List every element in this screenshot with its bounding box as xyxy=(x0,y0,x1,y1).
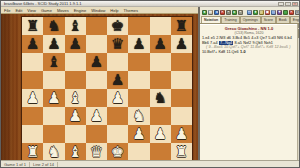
square-d6[interactable]: ♟ xyxy=(86,53,107,71)
square-d8[interactable] xyxy=(86,17,107,35)
square-g6[interactable] xyxy=(150,53,171,71)
menu-bar: FileEditViewGameMovesEngineWindowHelpThe… xyxy=(1,7,198,14)
square-a2[interactable] xyxy=(22,125,43,143)
white-piece-p-e4[interactable]: ♟ xyxy=(111,90,124,106)
app-window: brasilbase 64bits - SCID Study 2011 1.9.… xyxy=(0,0,300,168)
square-f7[interactable]: ♟ xyxy=(128,35,149,53)
square-g5[interactable] xyxy=(150,71,171,89)
tab-notation[interactable]: Notation xyxy=(201,16,221,23)
white-piece-n-b1[interactable]: ♞ xyxy=(47,144,60,160)
square-c7[interactable]: ♟ xyxy=(65,35,86,53)
square-b6[interactable]: ♝ xyxy=(43,53,64,71)
maximize-button[interactable]: □ xyxy=(285,2,291,6)
square-a8[interactable]: ♜ xyxy=(22,17,43,35)
square-b2[interactable] xyxy=(43,125,64,143)
square-g7[interactable]: ♟ xyxy=(150,35,171,53)
square-c4[interactable]: ♝ xyxy=(65,89,86,107)
moves-tail[interactable]: 10.Bxf7+ Kd8 11.Qe6 xyxy=(202,50,239,54)
black-piece-q-e7[interactable]: ♛ xyxy=(111,36,124,52)
menu-item-window[interactable]: Window xyxy=(91,8,105,13)
square-d4[interactable] xyxy=(86,89,107,107)
square-e3[interactable] xyxy=(107,107,128,125)
game-result: 1-0 xyxy=(240,50,246,54)
search-icon[interactable]: ◌ xyxy=(283,10,288,15)
stop-icon[interactable]: ✕ xyxy=(220,10,225,15)
menu-item-themes[interactable]: Themes xyxy=(124,8,138,13)
menu-item-help[interactable]: Help xyxy=(110,8,118,13)
square-g3[interactable] xyxy=(150,107,171,125)
square-e1[interactable]: ♚ xyxy=(107,143,128,161)
white-piece-p-a4[interactable]: ♟ xyxy=(26,90,39,106)
status-right: Line 2 of 14 xyxy=(30,162,58,167)
toolbar-nav-group: ●▦◂✕•▸▪ xyxy=(202,10,243,15)
square-h5[interactable] xyxy=(171,71,192,89)
white-piece-r-a1[interactable]: ♜ xyxy=(26,144,39,160)
status-bar: Game 1 of 1 Line 2 of 14 xyxy=(1,160,299,168)
menu-item-edit[interactable]: Edit xyxy=(15,8,22,13)
square-g4[interactable]: ♞ xyxy=(150,89,171,107)
black-piece-p-f7[interactable]: ♟ xyxy=(132,36,145,52)
square-f4[interactable] xyxy=(128,89,149,107)
engine-icon[interactable]: ▣ xyxy=(265,10,270,15)
close-button[interactable]: × xyxy=(292,2,298,6)
square-d1[interactable]: ♛ xyxy=(86,143,107,161)
square-e7[interactable]: ♛ xyxy=(107,35,128,53)
back-icon[interactable]: ◂ xyxy=(214,10,219,15)
square-h8[interactable]: ♜ xyxy=(171,17,192,35)
square-h6[interactable] xyxy=(171,53,192,71)
book-icon[interactable]: ▥ xyxy=(259,10,264,15)
menu-item-view[interactable]: View xyxy=(27,8,36,13)
black-piece-p-e5[interactable]: ♟ xyxy=(111,72,124,88)
square-c5[interactable] xyxy=(65,71,86,89)
square-b3[interactable] xyxy=(43,107,64,125)
scroll-thumb[interactable] xyxy=(298,29,300,38)
notation-pane[interactable]: Greco Gioachino - NN 1-0 (C53) Roma, 162… xyxy=(200,24,300,160)
tab-book[interactable]: Book xyxy=(276,16,290,23)
filter-icon[interactable]: ▼ xyxy=(277,10,282,15)
window-title: brasilbase 64bits - SCID Study 2011 1.9.… xyxy=(1,1,278,6)
square-f3[interactable]: ♞ xyxy=(128,107,149,125)
black-piece-p-h7[interactable]: ♟ xyxy=(175,36,188,52)
square-g2[interactable]: ♟ xyxy=(150,125,171,143)
black-piece-b-b6[interactable]: ♝ xyxy=(47,54,60,70)
white-piece-k-e1[interactable]: ♚ xyxy=(111,144,124,160)
chess-board[interactable]: ♜♞♝♚♜♟♟♟♛♟♟♟♝♟♟♟♟♝♟♞♟♟♞♟♟♟♜♞♝♛♚♜ xyxy=(21,16,193,162)
forward-icon[interactable]: ▸ xyxy=(232,10,237,15)
square-b8[interactable]: ♞ xyxy=(43,17,64,35)
square-a7[interactable]: ♟ xyxy=(22,35,43,53)
new-game-icon[interactable]: ● xyxy=(202,10,207,15)
square-h3[interactable] xyxy=(171,107,192,125)
tab-training[interactable]: Training xyxy=(221,16,240,23)
square-d5[interactable] xyxy=(86,71,107,89)
black-piece-r-h8[interactable]: ♜ xyxy=(175,18,188,34)
square-d7[interactable] xyxy=(86,35,107,53)
white-piece-r-h1[interactable]: ♜ xyxy=(175,144,188,160)
white-piece-p-c3[interactable]: ♟ xyxy=(68,108,81,124)
black-piece-p-b7[interactable]: ♟ xyxy=(47,36,60,52)
square-h7[interactable]: ♟ xyxy=(171,35,192,53)
square-e6[interactable] xyxy=(107,53,128,71)
white-piece-q-d1[interactable]: ♛ xyxy=(90,144,103,160)
square-b7[interactable]: ♟ xyxy=(43,35,64,53)
square-e5[interactable]: ♟ xyxy=(107,71,128,89)
square-e4[interactable]: ♟ xyxy=(107,89,128,107)
notation-scrollbar[interactable] xyxy=(297,24,300,160)
delete-icon[interactable]: ✕ xyxy=(289,10,294,15)
square-a3[interactable] xyxy=(22,107,43,125)
pause-icon[interactable]: • xyxy=(226,10,231,15)
square-f8[interactable] xyxy=(128,17,149,35)
square-c1[interactable]: ♝ xyxy=(65,143,86,161)
white-piece-p-b4[interactable]: ♟ xyxy=(47,90,60,106)
square-f2[interactable]: ♟ xyxy=(128,125,149,143)
black-piece-n-b8[interactable]: ♞ xyxy=(47,18,60,34)
square-e8[interactable]: ♚ xyxy=(107,17,128,35)
clipboard-icon[interactable]: ▧ xyxy=(271,10,276,15)
setup-icon[interactable]: ▢ xyxy=(295,10,300,15)
notation-panel: ●▦◂✕•▸▪ ▤♦▥▣▧▼◌✕▢▭▦◆ NotationTrainingOpe… xyxy=(200,7,300,160)
white-piece-n-f3[interactable]: ♞ xyxy=(132,108,145,124)
board-frame: ♜♞♝♚♜♟♟♟♛♟♟♟♝♟♟♟♟♝♟♞♟♟♞♟♟♟♜♞♝♛♚♜ xyxy=(1,14,198,160)
game-subheader: (C53) Roma, 1620 xyxy=(202,31,296,35)
square-c8[interactable]: ♝ xyxy=(65,17,86,35)
white-piece-p-g2[interactable]: ♟ xyxy=(153,126,166,142)
toolbar-tools-group: ▤♦▥▣▧▼◌✕▢▭▦◆ xyxy=(247,10,300,15)
square-d2[interactable] xyxy=(86,125,107,143)
square-d3[interactable]: ♟ xyxy=(86,107,107,125)
end-icon[interactable]: ▪ xyxy=(238,10,243,15)
moves-after[interactable]: 8.a5 Nxf2 9.Qb3 Nxh1 xyxy=(234,41,272,45)
square-c6[interactable] xyxy=(65,53,86,71)
menu-item-engine[interactable]: Engine xyxy=(74,8,86,13)
black-piece-p-g7[interactable]: ♟ xyxy=(153,36,166,52)
open-icon[interactable]: ▦ xyxy=(208,10,213,15)
square-f1[interactable] xyxy=(128,143,149,161)
window-controls: _ □ × xyxy=(278,2,299,6)
menu-item-moves[interactable]: Moves xyxy=(57,8,69,13)
square-b1[interactable]: ♞ xyxy=(43,143,64,161)
status-left: Game 1 of 1 xyxy=(1,162,30,167)
scroll-up-arrow[interactable] xyxy=(298,24,300,28)
move-list[interactable]: 1.e4 e5 2.Nf3 d6 3.Bc4 Bc5 4.c3 Qe7 5.d3… xyxy=(202,36,296,54)
black-piece-b-c8[interactable]: ♝ xyxy=(68,18,81,34)
square-c2[interactable] xyxy=(65,125,86,143)
square-a4[interactable]: ♟ xyxy=(22,89,43,107)
square-h4[interactable] xyxy=(171,89,192,107)
square-a5[interactable] xyxy=(22,71,43,89)
square-h2[interactable]: ♟ xyxy=(171,125,192,143)
square-c3[interactable]: ♟ xyxy=(65,107,86,125)
tree-icon[interactable]: ♦ xyxy=(253,10,258,15)
tab-openings[interactable]: Openings xyxy=(240,16,261,23)
square-g8[interactable] xyxy=(150,17,171,35)
white-piece-p-f2[interactable]: ♟ xyxy=(132,126,145,142)
square-h1[interactable]: ♜ xyxy=(171,143,192,161)
panel-tabs: NotationTrainingOpeningsScoreBookEngineI… xyxy=(200,16,300,24)
black-piece-n-g4[interactable]: ♞ xyxy=(153,90,166,106)
square-a6[interactable] xyxy=(22,53,43,71)
square-e2[interactable] xyxy=(107,125,128,143)
panel-toolbar: ●▦◂✕•▸▪ ▤♦▥▣▧▼◌✕▢▭▦◆ xyxy=(200,7,300,16)
tab-engine[interactable]: Engine xyxy=(290,16,300,23)
black-piece-r-a8[interactable]: ♜ xyxy=(26,18,39,34)
black-piece-p-a7[interactable]: ♟ xyxy=(26,36,39,52)
white-piece-b-c1[interactable]: ♝ xyxy=(68,144,81,160)
square-a1[interactable]: ♜ xyxy=(22,143,43,161)
square-b4[interactable]: ♟ xyxy=(43,89,64,107)
white-piece-b-c4[interactable]: ♝ xyxy=(68,90,81,106)
menu-item-game[interactable]: Game xyxy=(41,8,52,13)
square-g1[interactable] xyxy=(150,143,171,161)
tab-score[interactable]: Score xyxy=(261,16,276,23)
square-f6[interactable] xyxy=(128,53,149,71)
square-b5[interactable] xyxy=(43,71,64,89)
black-piece-p-d6[interactable]: ♟ xyxy=(90,54,103,70)
menu-item-file[interactable]: File xyxy=(4,8,10,13)
current-move[interactable]: 7...Ng4 xyxy=(219,41,233,45)
square-f5[interactable] xyxy=(128,71,149,89)
database-icon[interactable]: ▤ xyxy=(247,10,252,15)
minimize-button[interactable]: _ xyxy=(278,2,284,6)
white-piece-p-h2[interactable]: ♟ xyxy=(175,126,188,142)
black-piece-p-c7[interactable]: ♟ xyxy=(68,36,81,52)
black-piece-k-e8[interactable]: ♚ xyxy=(111,18,124,34)
white-piece-p-d3[interactable]: ♟ xyxy=(90,108,103,124)
